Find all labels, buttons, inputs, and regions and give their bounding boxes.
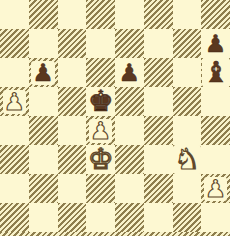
square-g5[interactable] [173, 87, 202, 116]
square-c8[interactable] [58, 0, 87, 29]
square-b6[interactable]: ♟ [29, 58, 58, 87]
square-h6[interactable]: ♝ [201, 58, 230, 87]
square-a7[interactable] [0, 29, 29, 58]
square-h2[interactable]: ♟ [201, 174, 230, 203]
square-d5[interactable]: ♚ [86, 87, 115, 116]
square-g3[interactable]: ♞ [173, 145, 202, 174]
square-e2[interactable] [115, 174, 144, 203]
piece-black-pawn[interactable]: ♟ [118, 61, 142, 85]
square-c5[interactable] [58, 87, 87, 116]
square-f5[interactable] [144, 87, 173, 116]
square-e8[interactable] [115, 0, 144, 29]
square-g1[interactable] [173, 203, 202, 232]
square-a2[interactable] [0, 174, 29, 203]
square-b5[interactable] [29, 87, 58, 116]
piece-black-pawn[interactable]: ♟ [31, 61, 55, 85]
square-f8[interactable] [144, 0, 173, 29]
square-e6[interactable]: ♟ [115, 58, 144, 87]
square-d1[interactable] [86, 203, 115, 232]
square-c4[interactable] [58, 116, 87, 145]
square-h5[interactable] [201, 87, 230, 116]
square-d2[interactable] [86, 174, 115, 203]
square-e7[interactable] [115, 29, 144, 58]
square-b2[interactable] [29, 174, 58, 203]
square-f6[interactable] [144, 58, 173, 87]
square-f3[interactable] [144, 145, 173, 174]
board-bottom-border [0, 232, 230, 236]
piece-black-king[interactable]: ♚ [87, 87, 115, 116]
piece-white-pawn[interactable]: ♟ [3, 90, 27, 114]
piece-black-pawn[interactable]: ♟ [204, 32, 228, 56]
square-b8[interactable] [29, 0, 58, 29]
piece-white-knight[interactable]: ♞ [173, 145, 201, 174]
piece-white-pawn[interactable]: ♟ [89, 119, 113, 143]
square-d7[interactable] [86, 29, 115, 58]
square-e3[interactable] [115, 145, 144, 174]
square-a3[interactable] [0, 145, 29, 174]
square-a4[interactable] [0, 116, 29, 145]
square-f2[interactable] [144, 174, 173, 203]
square-h8[interactable] [201, 0, 230, 29]
square-g6[interactable] [173, 58, 202, 87]
square-d8[interactable] [86, 0, 115, 29]
square-d3[interactable]: ♚ [86, 145, 115, 174]
square-d6[interactable] [86, 58, 115, 87]
square-h1[interactable] [201, 203, 230, 232]
square-c1[interactable] [58, 203, 87, 232]
square-a6[interactable] [0, 58, 29, 87]
square-a5[interactable]: ♟ [0, 87, 29, 116]
square-h7[interactable]: ♟ [201, 29, 230, 58]
piece-white-pawn[interactable]: ♟ [204, 177, 228, 201]
square-f1[interactable] [144, 203, 173, 232]
square-e5[interactable] [115, 87, 144, 116]
piece-black-bishop[interactable]: ♝ [202, 58, 230, 87]
square-f7[interactable] [144, 29, 173, 58]
square-h4[interactable] [201, 116, 230, 145]
square-c2[interactable] [58, 174, 87, 203]
square-g2[interactable] [173, 174, 202, 203]
square-b7[interactable] [29, 29, 58, 58]
chess-board[interactable]: ♟♟♟♝♟♚♟♚♞♟ [0, 0, 230, 232]
square-c3[interactable] [58, 145, 87, 174]
square-a1[interactable] [0, 203, 29, 232]
square-c6[interactable] [58, 58, 87, 87]
square-a8[interactable] [0, 0, 29, 29]
square-c7[interactable] [58, 29, 87, 58]
square-g7[interactable] [173, 29, 202, 58]
chess-board-diagram: ♟♟♟♝♟♚♟♚♞♟ [0, 0, 230, 236]
square-f4[interactable] [144, 116, 173, 145]
square-e1[interactable] [115, 203, 144, 232]
square-b3[interactable] [29, 145, 58, 174]
square-g8[interactable] [173, 0, 202, 29]
square-e4[interactable] [115, 116, 144, 145]
square-g4[interactable] [173, 116, 202, 145]
square-d4[interactable]: ♟ [86, 116, 115, 145]
square-b1[interactable] [29, 203, 58, 232]
square-b4[interactable] [29, 116, 58, 145]
square-h3[interactable] [201, 145, 230, 174]
piece-white-king[interactable]: ♚ [87, 145, 115, 174]
